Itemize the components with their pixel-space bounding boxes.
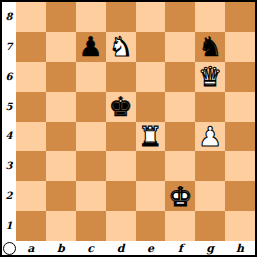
rank-label-1: 1 [6,221,13,231]
square-g5[interactable] [195,92,225,122]
piece-white-pawn[interactable]: ♟ [198,123,222,150]
file-label-b: b [57,243,65,254]
rank-label-cell: 2 [2,181,16,211]
file-label-cell: a [16,241,46,255]
rank-label-cell: 3 [2,151,16,181]
square-e3[interactable] [136,151,166,181]
piece-white-rook[interactable]: ♜ [138,123,162,150]
square-d8[interactable] [106,2,136,32]
square-g6[interactable]: ♛ [195,62,225,92]
file-label-g: g [206,243,214,254]
square-h8[interactable] [225,2,255,32]
file-label-cell: h [225,241,255,255]
square-g1[interactable] [195,211,225,241]
square-d2[interactable] [106,181,136,211]
file-label-a: a [27,243,34,254]
square-a7[interactable] [16,32,46,62]
square-f8[interactable] [165,2,195,32]
square-e7[interactable] [136,32,166,62]
rank-label-2: 2 [6,191,13,201]
square-h6[interactable] [225,62,255,92]
square-a8[interactable] [16,2,46,32]
piece-black-knight[interactable]: ♞ [198,33,222,60]
square-b7[interactable] [46,32,76,62]
square-c2[interactable] [76,181,106,211]
square-h2[interactable] [225,181,255,211]
square-f5[interactable] [165,92,195,122]
chess-diagram: 87♟♞♞6♛5♚4♜♟32♚1abcdefgh [0,0,257,257]
square-c8[interactable] [76,2,106,32]
square-d7[interactable]: ♞ [106,32,136,62]
square-g3[interactable] [195,151,225,181]
piece-black-pawn[interactable]: ♟ [79,33,103,60]
square-g8[interactable] [195,2,225,32]
square-g2[interactable] [195,181,225,211]
square-a2[interactable] [16,181,46,211]
square-h1[interactable] [225,211,255,241]
file-label-cell: c [76,241,106,255]
square-a5[interactable] [16,92,46,122]
file-label-cell: g [195,241,225,255]
square-d3[interactable] [106,151,136,181]
rank-label-4: 4 [6,131,13,141]
file-label-h: h [236,243,244,254]
square-h5[interactable] [225,92,255,122]
square-g7[interactable]: ♞ [195,32,225,62]
piece-white-knight[interactable]: ♞ [108,33,132,60]
square-c5[interactable] [76,92,106,122]
move-indicator-cell [2,241,16,255]
square-a3[interactable] [16,151,46,181]
square-a4[interactable] [16,122,46,152]
square-b6[interactable] [46,62,76,92]
square-c3[interactable] [76,151,106,181]
square-f6[interactable] [165,62,195,92]
square-h7[interactable] [225,32,255,62]
square-b5[interactable] [46,92,76,122]
square-b3[interactable] [46,151,76,181]
rank-label-6: 6 [6,72,13,82]
square-e4[interactable]: ♜ [136,122,166,152]
square-d4[interactable] [106,122,136,152]
square-b8[interactable] [46,2,76,32]
file-label-f: f [178,243,183,254]
square-e1[interactable] [136,211,166,241]
square-e2[interactable] [136,181,166,211]
square-f2[interactable]: ♚ [165,181,195,211]
square-d6[interactable] [106,62,136,92]
rank-label-cell: 8 [2,2,16,32]
square-b1[interactable] [46,211,76,241]
square-c7[interactable]: ♟ [76,32,106,62]
rank-label-cell: 4 [2,122,16,152]
piece-white-queen[interactable]: ♛ [198,63,222,90]
rank-label-3: 3 [6,161,13,171]
square-a1[interactable] [16,211,46,241]
white-to-move-indicator [3,242,16,255]
square-c6[interactable] [76,62,106,92]
rank-label-5: 5 [6,102,13,112]
piece-black-king[interactable]: ♚ [108,93,132,120]
rank-label-cell: 1 [2,211,16,241]
square-b2[interactable] [46,181,76,211]
file-label-cell: b [46,241,76,255]
square-b4[interactable] [46,122,76,152]
rank-label-7: 7 [6,42,13,52]
file-label-d: d [117,243,125,254]
square-e6[interactable] [136,62,166,92]
square-c1[interactable] [76,211,106,241]
rank-label-cell: 5 [2,92,16,122]
square-d5[interactable]: ♚ [106,92,136,122]
square-f7[interactable] [165,32,195,62]
chess-board: 87♟♞♞6♛5♚4♜♟32♚1abcdefgh [2,2,255,255]
square-f1[interactable] [165,211,195,241]
square-g4[interactable]: ♟ [195,122,225,152]
square-d1[interactable] [106,211,136,241]
file-label-e: e [147,243,154,254]
rank-label-cell: 6 [2,62,16,92]
rank-label-cell: 7 [2,32,16,62]
file-label-c: c [87,243,94,254]
piece-white-king[interactable]: ♚ [168,183,192,210]
square-h4[interactable] [225,122,255,152]
square-e8[interactable] [136,2,166,32]
square-a6[interactable] [16,62,46,92]
square-e5[interactable] [136,92,166,122]
file-label-cell: f [165,241,195,255]
square-h3[interactable] [225,151,255,181]
square-f3[interactable] [165,151,195,181]
rank-label-8: 8 [6,12,13,22]
file-label-cell: e [136,241,166,255]
square-c4[interactable] [76,122,106,152]
square-f4[interactable] [165,122,195,152]
file-label-cell: d [106,241,136,255]
